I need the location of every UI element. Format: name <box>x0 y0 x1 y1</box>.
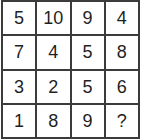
grid-cell-r3c1: 3 <box>3 71 35 103</box>
grid-cell-r2c2: 4 <box>37 36 69 68</box>
grid-cell-r4c3: 9 <box>72 105 104 137</box>
grid-cell-r1c1: 5 <box>3 2 35 34</box>
number-puzzle-grid: 5 10 9 4 7 4 5 8 3 2 5 6 1 8 9 ? <box>1 0 140 139</box>
grid-cell-r2c4: 8 <box>106 36 138 68</box>
grid-cell-r2c3: 5 <box>72 36 104 68</box>
grid-cell-r3c4: 6 <box>106 71 138 103</box>
grid-cell-r1c2: 10 <box>37 2 69 34</box>
answer-cell: ? <box>106 105 138 137</box>
grid-cell-r3c3: 5 <box>72 71 104 103</box>
grid-cell-r4c1: 1 <box>3 105 35 137</box>
grid-cell-r3c2: 2 <box>37 71 69 103</box>
grid-cell-r4c2: 8 <box>37 105 69 137</box>
grid-cell-r2c1: 7 <box>3 36 35 68</box>
puzzle-page: 5 10 9 4 7 4 5 8 3 2 5 6 1 8 9 ? <box>0 0 141 140</box>
grid-cell-r1c3: 9 <box>72 2 104 34</box>
grid-cell-r1c4: 4 <box>106 2 138 34</box>
